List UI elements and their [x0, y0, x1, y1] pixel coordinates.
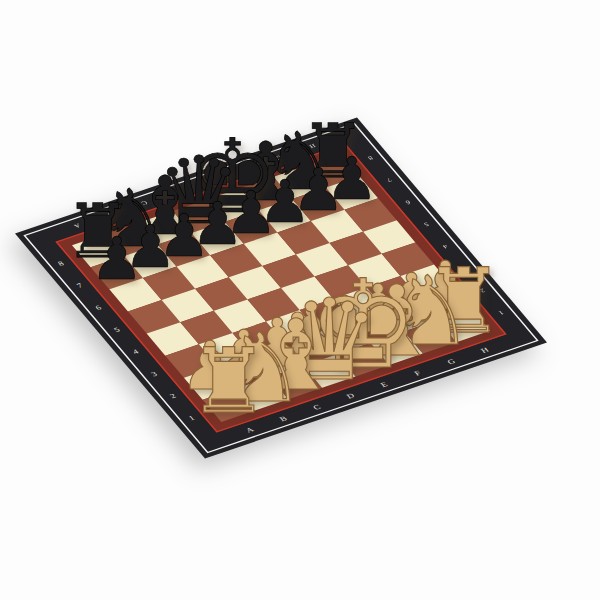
pieces-layer: ♜♞♝♛♚♝♞♜♟♟♟♟♟♟♟♟♟♟♟♟♟♟♟♟♜♞♝♛♚♝♞♜: [0, 0, 600, 600]
piece-black-pawn-a7[interactable]: ♟: [90, 229, 143, 288]
piece-white-rook-a1[interactable]: ♜: [189, 337, 269, 426]
chess-set-photo: AA11BB22CC33DD44EE55FF66GG77HH88 ♜♞♝♛♚♝♞…: [0, 0, 600, 600]
